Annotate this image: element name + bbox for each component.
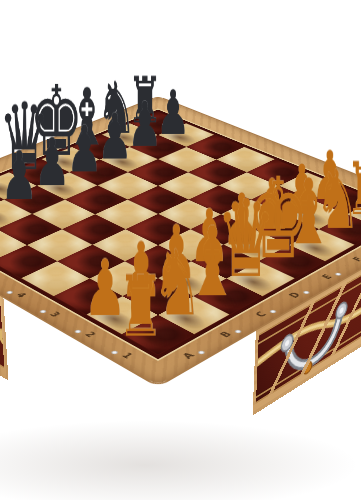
piece-black-pawn-e7: ♟ bbox=[66, 120, 102, 180]
chess-set-photo: ABCDEFGH 12345678 ♜♟♟♜♞♟♟♞♝♟♟♝♚♟♟♚♛♟♟♛♝♟… bbox=[0, 0, 361, 500]
piece-black-pawn-d7: ♟ bbox=[34, 133, 71, 194]
piece-white-rook-a1: ♜ bbox=[117, 267, 164, 345]
piece-black-pawn-b7: ♟ bbox=[0, 159, 3, 222]
chess-box: ABCDEFGH 12345678 ♜♟♟♜♞♟♟♞♝♟♟♝♚♟♟♚♛♟♟♛♝♟… bbox=[0, 97, 361, 386]
piece-black-pawn-c7: ♟ bbox=[0, 146, 37, 208]
